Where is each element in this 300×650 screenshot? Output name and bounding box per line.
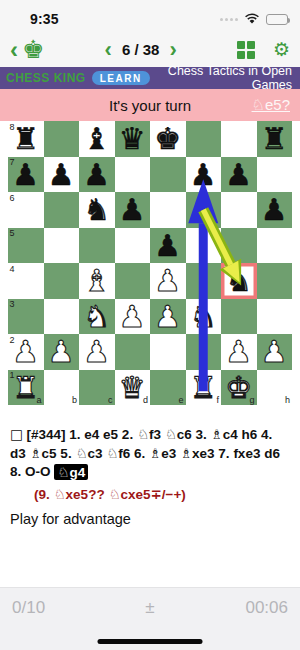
- square-d8[interactable]: ♛: [115, 121, 151, 157]
- black-pawn-d6[interactable]: ♟: [115, 192, 151, 228]
- black-pawn-h6[interactable]: ♟: [257, 192, 293, 228]
- square-h6[interactable]: ♟: [257, 192, 293, 228]
- square-g5[interactable]: [221, 228, 257, 264]
- puzzle-id: [#344]: [27, 427, 66, 442]
- hint-move-link[interactable]: ♘e5?: [252, 96, 290, 114]
- timer: 00:06: [245, 598, 288, 618]
- square-f5[interactable]: [186, 228, 222, 264]
- square-h1[interactable]: h: [257, 370, 293, 406]
- square-h2[interactable]: ♟: [257, 334, 293, 370]
- white-knight-c3[interactable]: ♞: [79, 299, 115, 335]
- white-pawn-g2[interactable]: ♟: [221, 334, 257, 370]
- white-pawn-d3[interactable]: ♟: [115, 299, 151, 335]
- move-navigator: ‹ 6 / 38 ›: [44, 39, 237, 61]
- white-bishop-c4[interactable]: ♝: [79, 263, 115, 299]
- rank-label-7: 7: [10, 157, 15, 167]
- white-pawn-e3[interactable]: ♟: [150, 299, 186, 335]
- rank-label-4: 4: [10, 264, 15, 274]
- file-label-g: g: [249, 395, 254, 405]
- square-d6[interactable]: ♟: [115, 192, 151, 228]
- square-d7[interactable]: [115, 157, 151, 193]
- wifi-icon: [244, 13, 260, 25]
- square-e1[interactable]: e: [150, 370, 186, 406]
- square-e8[interactable]: ♚: [150, 121, 186, 157]
- square-f3[interactable]: ♞: [186, 299, 222, 335]
- learn-badge[interactable]: LEARN: [92, 71, 150, 85]
- square-c2[interactable]: ♟: [79, 334, 115, 370]
- black-pawn-e5[interactable]: ♟: [150, 228, 186, 264]
- current-move-highlight[interactable]: ♘g4: [54, 464, 88, 480]
- square-f4[interactable]: [186, 263, 222, 299]
- score-counter: 0/10: [12, 598, 45, 618]
- square-g2[interactable]: ♟: [221, 334, 257, 370]
- square-d3[interactable]: ♟: [115, 299, 151, 335]
- status-bar: 9:35: [0, 0, 300, 32]
- square-f1[interactable]: f♜: [186, 370, 222, 406]
- square-a6[interactable]: 6: [8, 192, 44, 228]
- move-counter: 6 / 38: [122, 41, 160, 58]
- rank-label-8: 8: [10, 122, 15, 132]
- chess-board[interactable]: 8♜♝♛♚♜7♟♟♟♟♟6♞♟♟5♟4♝♟♞3♞♟♟♞2♟♟♟♟♟1a♜bcd♛…: [8, 121, 292, 405]
- rank-label-2: 2: [10, 335, 15, 345]
- file-label-a: a: [36, 395, 41, 405]
- notation-panel: □ [#344] 1. e4 e5 2. ♘f3 ♘c6 3. ♗c4 h6 4…: [0, 405, 300, 529]
- square-g1[interactable]: g♚: [221, 370, 257, 406]
- white-pawn-c2[interactable]: ♟: [79, 334, 115, 370]
- clock-time: 9:35: [30, 11, 59, 27]
- rank-label-1: 1: [10, 370, 15, 380]
- square-a5[interactable]: 5: [8, 228, 44, 264]
- square-c4[interactable]: ♝: [79, 263, 115, 299]
- square-b2[interactable]: ♟: [44, 334, 80, 370]
- app-screen: 9:35 ‹ ♚ ‹ 6 / 38 › ⚙ CHESS KING LEARN C…: [0, 0, 300, 650]
- square-a8[interactable]: 8♜: [8, 121, 44, 157]
- chess-king-wordmark: CHESS KING: [6, 71, 86, 85]
- black-knight-g4[interactable]: ♞: [221, 263, 257, 299]
- square-e5[interactable]: ♟: [150, 228, 186, 264]
- square-d1[interactable]: d♛: [115, 370, 151, 406]
- white-pawn-b2[interactable]: ♟: [44, 334, 80, 370]
- file-label-b: b: [72, 395, 77, 405]
- instruction-text: Play for advantage: [10, 509, 290, 529]
- home-indicator[interactable]: [98, 639, 203, 644]
- square-b3[interactable]: [44, 299, 80, 335]
- square-b6[interactable]: [44, 192, 80, 228]
- square-b8[interactable]: [44, 121, 80, 157]
- square-d4[interactable]: [115, 263, 151, 299]
- variation-line[interactable]: (9. ♘xe5?? ♘cxe5∓/−+): [10, 486, 290, 505]
- move-list[interactable]: □ [#344] 1. e4 e5 2. ♘f3 ♘c6 3. ♗c4 h6 4…: [10, 425, 290, 482]
- square-a2[interactable]: 2♟: [8, 334, 44, 370]
- square-c6[interactable]: ♞: [79, 192, 115, 228]
- chess-king-logo-icon[interactable]: ♚: [22, 37, 44, 62]
- black-king-e8[interactable]: ♚: [150, 121, 186, 157]
- square-b4[interactable]: [44, 263, 80, 299]
- puzzle-grid-button[interactable]: [237, 41, 255, 59]
- turn-banner: It's your turn ♘e5?: [0, 89, 300, 121]
- brand-bar: CHESS KING LEARN Chess Tactics in Open G…: [0, 67, 300, 89]
- square-g4[interactable]: ♞: [221, 263, 257, 299]
- file-label-e: e: [178, 395, 183, 405]
- square-h4[interactable]: [257, 263, 293, 299]
- black-pawn-c7[interactable]: ♟: [79, 157, 115, 193]
- square-h7[interactable]: [257, 157, 293, 193]
- square-f2[interactable]: [186, 334, 222, 370]
- square-b5[interactable]: [44, 228, 80, 264]
- course-title: Chess Tactics in Open Games: [150, 64, 292, 92]
- rank-label-3: 3: [10, 299, 15, 309]
- square-g8[interactable]: [221, 121, 257, 157]
- black-rook-h8[interactable]: ♜: [257, 121, 293, 157]
- settings-gear-button[interactable]: ⚙: [273, 40, 290, 59]
- square-c3[interactable]: ♞: [79, 299, 115, 335]
- file-label-f: f: [216, 395, 219, 405]
- square-c1[interactable]: c: [79, 370, 115, 406]
- square-b1[interactable]: b: [44, 370, 80, 406]
- square-g6[interactable]: [221, 192, 257, 228]
- black-queen-d8[interactable]: ♛: [115, 121, 151, 157]
- file-label-d: d: [143, 395, 148, 405]
- bottom-bar-row: ± 0/10 00:06: [0, 588, 300, 618]
- white-pawn-e4[interactable]: ♟: [150, 263, 186, 299]
- black-pawn-g7[interactable]: ♟: [221, 157, 257, 193]
- nav-actions: ⚙: [237, 40, 290, 59]
- next-move-button[interactable]: ›: [169, 39, 176, 61]
- square-e3[interactable]: ♟: [150, 299, 186, 335]
- square-d5[interactable]: [115, 228, 151, 264]
- file-label-c: c: [108, 395, 113, 405]
- nav-bar: ‹ ♚ ‹ 6 / 38 › ⚙: [0, 32, 300, 67]
- square-f7[interactable]: ♟: [186, 157, 222, 193]
- black-knight-c6[interactable]: ♞: [79, 192, 115, 228]
- square-h5[interactable]: [257, 228, 293, 264]
- square-f8[interactable]: [186, 121, 222, 157]
- white-to-move-symbol: □: [10, 426, 23, 442]
- square-h3[interactable]: [257, 299, 293, 335]
- back-button[interactable]: ‹: [10, 38, 18, 62]
- white-knight-f3[interactable]: ♞: [186, 299, 222, 335]
- square-a3[interactable]: 3: [8, 299, 44, 335]
- black-pawn-f7[interactable]: ♟: [186, 157, 222, 193]
- rank-label-5: 5: [10, 228, 15, 238]
- square-g3[interactable]: [221, 299, 257, 335]
- square-e2[interactable]: [150, 334, 186, 370]
- square-h8[interactable]: ♜: [257, 121, 293, 157]
- cellular-signal-icon: [220, 18, 238, 21]
- white-pawn-h2[interactable]: ♟: [257, 334, 293, 370]
- status-icons: [220, 13, 288, 25]
- square-e6[interactable]: [150, 192, 186, 228]
- square-f6[interactable]: [186, 192, 222, 228]
- square-a7[interactable]: 7♟: [8, 157, 44, 193]
- black-bishop-c8[interactable]: ♝: [79, 121, 115, 157]
- square-e7[interactable]: [150, 157, 186, 193]
- square-b7[interactable]: ♟: [44, 157, 80, 193]
- battery-icon: [266, 14, 288, 25]
- square-a1[interactable]: 1a♜: [8, 370, 44, 406]
- black-pawn-b7[interactable]: ♟: [44, 157, 80, 193]
- file-label-h: h: [285, 395, 290, 405]
- square-c8[interactable]: ♝: [79, 121, 115, 157]
- board-container: 8♜♝♛♚♜7♟♟♟♟♟6♞♟♟5♟4♝♟♞3♞♟♟♞2♟♟♟♟♟1a♜bcd♛…: [8, 121, 292, 405]
- square-g7[interactable]: ♟: [221, 157, 257, 193]
- square-e4[interactable]: ♟: [150, 263, 186, 299]
- square-a4[interactable]: 4: [8, 263, 44, 299]
- square-c7[interactable]: ♟: [79, 157, 115, 193]
- square-d2[interactable]: [115, 334, 151, 370]
- bottom-bar: ± 0/10 00:06: [0, 587, 300, 650]
- square-c5[interactable]: [79, 228, 115, 264]
- prev-move-button[interactable]: ‹: [105, 39, 112, 61]
- rank-label-6: 6: [10, 193, 15, 203]
